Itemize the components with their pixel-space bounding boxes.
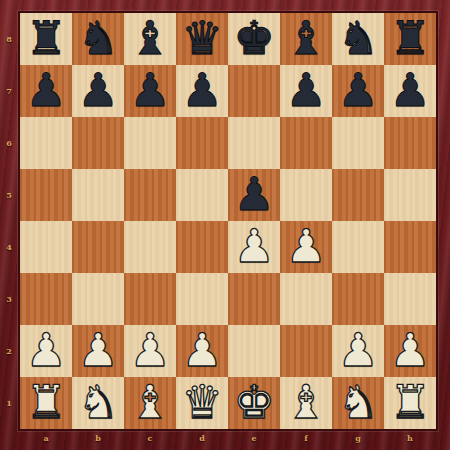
piece-white-knight[interactable]: ♞ <box>337 376 378 428</box>
piece-white-bishop[interactable]: ♝ <box>129 376 170 428</box>
square-f7[interactable]: ♟ <box>280 65 332 117</box>
square-a1[interactable]: ♜ <box>20 377 72 429</box>
square-a3[interactable] <box>20 273 72 325</box>
square-e6[interactable] <box>228 117 280 169</box>
piece-white-pawn[interactable]: ♟ <box>129 324 170 376</box>
file-label-h: h <box>384 429 436 447</box>
square-d5[interactable] <box>176 169 228 221</box>
square-d1[interactable]: ♛ <box>176 377 228 429</box>
piece-white-rook[interactable]: ♜ <box>25 376 66 428</box>
square-h2[interactable]: ♟ <box>384 325 436 377</box>
piece-white-knight[interactable]: ♞ <box>77 376 118 428</box>
square-b6[interactable] <box>72 117 124 169</box>
piece-black-bishop[interactable]: ♝ <box>129 12 170 64</box>
square-f1[interactable]: ♝ <box>280 377 332 429</box>
square-b5[interactable] <box>72 169 124 221</box>
rank-label-1: 1 <box>0 377 18 429</box>
square-h4[interactable] <box>384 221 436 273</box>
rank-label-5: 5 <box>0 169 18 221</box>
square-b4[interactable] <box>72 221 124 273</box>
rank-label-8: 8 <box>0 13 18 65</box>
piece-black-pawn[interactable]: ♟ <box>389 64 430 116</box>
piece-black-pawn[interactable]: ♟ <box>285 64 326 116</box>
square-f6[interactable] <box>280 117 332 169</box>
rank-label-3: 3 <box>0 273 18 325</box>
square-d3[interactable] <box>176 273 228 325</box>
file-label-c: c <box>124 429 176 447</box>
piece-black-queen[interactable]: ♛ <box>181 12 222 64</box>
square-h7[interactable]: ♟ <box>384 65 436 117</box>
square-c1[interactable]: ♝ <box>124 377 176 429</box>
file-label-b: b <box>72 429 124 447</box>
file-label-e: e <box>228 429 280 447</box>
chess-board-frame: ♜♞♝♛♚♝♞♜♟♟♟♟♟♟♟♟♟♟♟♟♟♟♟♟♜♞♝♛♚♝♞♜ 8765432… <box>0 0 450 450</box>
square-e5[interactable]: ♟ <box>228 169 280 221</box>
square-f2[interactable] <box>280 325 332 377</box>
piece-black-pawn[interactable]: ♟ <box>233 168 274 220</box>
square-d2[interactable]: ♟ <box>176 325 228 377</box>
rank-label-6: 6 <box>0 117 18 169</box>
square-c8[interactable]: ♝ <box>124 13 176 65</box>
square-g2[interactable]: ♟ <box>332 325 384 377</box>
rank-label-7: 7 <box>0 65 18 117</box>
file-labels: abcdefgh <box>20 429 436 450</box>
piece-black-pawn[interactable]: ♟ <box>77 64 118 116</box>
piece-white-pawn[interactable]: ♟ <box>25 324 66 376</box>
piece-black-knight[interactable]: ♞ <box>337 12 378 64</box>
piece-white-pawn[interactable]: ♟ <box>337 324 378 376</box>
square-h1[interactable]: ♜ <box>384 377 436 429</box>
piece-black-bishop[interactable]: ♝ <box>285 12 326 64</box>
square-c7[interactable]: ♟ <box>124 65 176 117</box>
square-f3[interactable] <box>280 273 332 325</box>
square-b1[interactable]: ♞ <box>72 377 124 429</box>
square-g3[interactable] <box>332 273 384 325</box>
piece-black-knight[interactable]: ♞ <box>77 12 118 64</box>
square-b7[interactable]: ♟ <box>72 65 124 117</box>
piece-black-pawn[interactable]: ♟ <box>181 64 222 116</box>
piece-black-rook[interactable]: ♜ <box>389 12 430 64</box>
square-a4[interactable] <box>20 221 72 273</box>
square-g4[interactable] <box>332 221 384 273</box>
piece-black-king[interactable]: ♚ <box>233 12 274 64</box>
piece-white-rook[interactable]: ♜ <box>389 376 430 428</box>
square-a6[interactable] <box>20 117 72 169</box>
square-e3[interactable] <box>228 273 280 325</box>
piece-white-bishop[interactable]: ♝ <box>285 376 326 428</box>
piece-white-pawn[interactable]: ♟ <box>389 324 430 376</box>
piece-white-king[interactable]: ♚ <box>233 376 274 428</box>
piece-white-pawn[interactable]: ♟ <box>181 324 222 376</box>
square-f5[interactable] <box>280 169 332 221</box>
rank-label-2: 2 <box>0 325 18 377</box>
square-b3[interactable] <box>72 273 124 325</box>
square-g7[interactable]: ♟ <box>332 65 384 117</box>
piece-white-queen[interactable]: ♛ <box>181 376 222 428</box>
square-c4[interactable] <box>124 221 176 273</box>
square-d6[interactable] <box>176 117 228 169</box>
square-e1[interactable]: ♚ <box>228 377 280 429</box>
square-c3[interactable] <box>124 273 176 325</box>
square-g1[interactable]: ♞ <box>332 377 384 429</box>
chess-board: ♜♞♝♛♚♝♞♜♟♟♟♟♟♟♟♟♟♟♟♟♟♟♟♟♜♞♝♛♚♝♞♜ <box>20 13 436 429</box>
file-label-d: d <box>176 429 228 447</box>
square-h3[interactable] <box>384 273 436 325</box>
square-g8[interactable]: ♞ <box>332 13 384 65</box>
square-f4[interactable]: ♟ <box>280 221 332 273</box>
piece-black-rook[interactable]: ♜ <box>25 12 66 64</box>
square-d8[interactable]: ♛ <box>176 13 228 65</box>
square-b2[interactable]: ♟ <box>72 325 124 377</box>
piece-white-pawn[interactable]: ♟ <box>285 220 326 272</box>
piece-white-pawn[interactable]: ♟ <box>77 324 118 376</box>
square-c5[interactable] <box>124 169 176 221</box>
square-a7[interactable]: ♟ <box>20 65 72 117</box>
square-g5[interactable] <box>332 169 384 221</box>
piece-black-pawn[interactable]: ♟ <box>337 64 378 116</box>
file-label-g: g <box>332 429 384 447</box>
square-a8[interactable]: ♜ <box>20 13 72 65</box>
rank-label-4: 4 <box>0 221 18 273</box>
rank-labels: 87654321 <box>0 13 18 429</box>
square-e8[interactable]: ♚ <box>228 13 280 65</box>
square-c2[interactable]: ♟ <box>124 325 176 377</box>
square-d4[interactable] <box>176 221 228 273</box>
square-h6[interactable] <box>384 117 436 169</box>
square-f8[interactable]: ♝ <box>280 13 332 65</box>
file-label-f: f <box>280 429 332 447</box>
square-h5[interactable] <box>384 169 436 221</box>
square-c6[interactable] <box>124 117 176 169</box>
square-e4[interactable]: ♟ <box>228 221 280 273</box>
square-d7[interactable]: ♟ <box>176 65 228 117</box>
square-g6[interactable] <box>332 117 384 169</box>
square-e7[interactable] <box>228 65 280 117</box>
piece-black-pawn[interactable]: ♟ <box>129 64 170 116</box>
square-a5[interactable] <box>20 169 72 221</box>
square-e2[interactable] <box>228 325 280 377</box>
square-h8[interactable]: ♜ <box>384 13 436 65</box>
square-a2[interactable]: ♟ <box>20 325 72 377</box>
piece-black-pawn[interactable]: ♟ <box>25 64 66 116</box>
square-b8[interactable]: ♞ <box>72 13 124 65</box>
piece-white-pawn[interactable]: ♟ <box>233 220 274 272</box>
file-label-a: a <box>20 429 72 447</box>
